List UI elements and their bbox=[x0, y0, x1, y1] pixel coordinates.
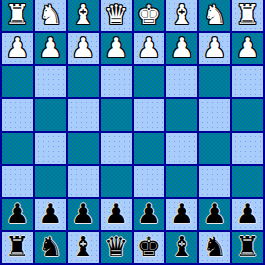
square-b8[interactable]: ♞ bbox=[35, 232, 66, 263]
square-c5[interactable] bbox=[68, 133, 99, 164]
chess-board-window: ♜♞♝♛♚♝♞♜♟♟♟♟♟♟♟♟♟♟♟♟♟♟♟♟♜♞♝♛♚♝♞♜ bbox=[0, 0, 265, 265]
piece-white-pawn[interactable]: ♟ bbox=[38, 34, 62, 61]
square-c7[interactable]: ♟ bbox=[68, 199, 99, 230]
square-d2[interactable]: ♟ bbox=[101, 33, 132, 64]
square-c3[interactable] bbox=[68, 66, 99, 97]
piece-white-pawn[interactable]: ♟ bbox=[235, 34, 259, 61]
square-d1[interactable]: ♛ bbox=[101, 0, 132, 31]
piece-black-rook[interactable]: ♜ bbox=[235, 233, 259, 260]
square-f1[interactable]: ♝ bbox=[166, 0, 197, 31]
square-c8[interactable]: ♝ bbox=[68, 232, 99, 263]
square-c4[interactable] bbox=[68, 99, 99, 130]
piece-black-bishop[interactable]: ♝ bbox=[71, 233, 95, 260]
piece-white-king[interactable]: ♚ bbox=[137, 1, 161, 28]
square-e8[interactable]: ♚ bbox=[134, 232, 165, 263]
piece-black-knight[interactable]: ♞ bbox=[38, 233, 62, 260]
square-g7[interactable]: ♟ bbox=[199, 199, 230, 230]
square-h6[interactable] bbox=[232, 166, 263, 197]
piece-black-knight[interactable]: ♞ bbox=[203, 233, 227, 260]
piece-black-queen[interactable]: ♛ bbox=[104, 233, 128, 260]
piece-black-pawn[interactable]: ♟ bbox=[104, 200, 128, 227]
square-g2[interactable]: ♟ bbox=[199, 33, 230, 64]
square-b5[interactable] bbox=[35, 133, 66, 164]
piece-white-rook[interactable]: ♜ bbox=[235, 1, 259, 28]
square-h3[interactable] bbox=[232, 66, 263, 97]
square-h2[interactable]: ♟ bbox=[232, 33, 263, 64]
square-f4[interactable] bbox=[166, 99, 197, 130]
square-e3[interactable] bbox=[134, 66, 165, 97]
piece-white-queen[interactable]: ♛ bbox=[104, 1, 128, 28]
chess-board: ♜♞♝♛♚♝♞♜♟♟♟♟♟♟♟♟♟♟♟♟♟♟♟♟♜♞♝♛♚♝♞♜ bbox=[0, 0, 265, 265]
square-f5[interactable] bbox=[166, 133, 197, 164]
square-b3[interactable] bbox=[35, 66, 66, 97]
square-b7[interactable]: ♟ bbox=[35, 199, 66, 230]
square-d4[interactable] bbox=[101, 99, 132, 130]
square-e6[interactable] bbox=[134, 166, 165, 197]
square-g4[interactable] bbox=[199, 99, 230, 130]
square-g5[interactable] bbox=[199, 133, 230, 164]
square-a2[interactable]: ♟ bbox=[2, 33, 33, 64]
square-a5[interactable] bbox=[2, 133, 33, 164]
square-a8[interactable]: ♜ bbox=[2, 232, 33, 263]
piece-black-king[interactable]: ♚ bbox=[137, 233, 161, 260]
square-d6[interactable] bbox=[101, 166, 132, 197]
piece-black-rook[interactable]: ♜ bbox=[5, 233, 29, 260]
square-c6[interactable] bbox=[68, 166, 99, 197]
square-h4[interactable] bbox=[232, 99, 263, 130]
piece-black-pawn[interactable]: ♟ bbox=[203, 200, 227, 227]
piece-white-pawn[interactable]: ♟ bbox=[104, 34, 128, 61]
piece-black-pawn[interactable]: ♟ bbox=[38, 200, 62, 227]
piece-black-pawn[interactable]: ♟ bbox=[5, 200, 29, 227]
square-f3[interactable] bbox=[166, 66, 197, 97]
square-b2[interactable]: ♟ bbox=[35, 33, 66, 64]
square-h1[interactable]: ♜ bbox=[232, 0, 263, 31]
square-g6[interactable] bbox=[199, 166, 230, 197]
piece-black-pawn[interactable]: ♟ bbox=[71, 200, 95, 227]
square-g1[interactable]: ♞ bbox=[199, 0, 230, 31]
square-f2[interactable]: ♟ bbox=[166, 33, 197, 64]
square-a4[interactable] bbox=[2, 99, 33, 130]
piece-black-bishop[interactable]: ♝ bbox=[170, 233, 194, 260]
square-e5[interactable] bbox=[134, 133, 165, 164]
square-d8[interactable]: ♛ bbox=[101, 232, 132, 263]
square-f6[interactable] bbox=[166, 166, 197, 197]
square-g8[interactable]: ♞ bbox=[199, 232, 230, 263]
piece-white-bishop[interactable]: ♝ bbox=[71, 1, 95, 28]
square-b4[interactable] bbox=[35, 99, 66, 130]
square-e4[interactable] bbox=[134, 99, 165, 130]
square-f7[interactable]: ♟ bbox=[166, 199, 197, 230]
square-h7[interactable]: ♟ bbox=[232, 199, 263, 230]
piece-black-pawn[interactable]: ♟ bbox=[137, 200, 161, 227]
square-d5[interactable] bbox=[101, 133, 132, 164]
square-a6[interactable] bbox=[2, 166, 33, 197]
piece-white-knight[interactable]: ♞ bbox=[38, 1, 62, 28]
piece-white-bishop[interactable]: ♝ bbox=[170, 1, 194, 28]
piece-white-knight[interactable]: ♞ bbox=[203, 1, 227, 28]
square-d7[interactable]: ♟ bbox=[101, 199, 132, 230]
piece-white-pawn[interactable]: ♟ bbox=[5, 34, 29, 61]
square-g3[interactable] bbox=[199, 66, 230, 97]
square-a7[interactable]: ♟ bbox=[2, 199, 33, 230]
piece-white-pawn[interactable]: ♟ bbox=[71, 34, 95, 61]
piece-black-pawn[interactable]: ♟ bbox=[170, 200, 194, 227]
square-a1[interactable]: ♜ bbox=[2, 0, 33, 31]
square-f8[interactable]: ♝ bbox=[166, 232, 197, 263]
piece-white-pawn[interactable]: ♟ bbox=[137, 34, 161, 61]
square-e2[interactable]: ♟ bbox=[134, 33, 165, 64]
square-c1[interactable]: ♝ bbox=[68, 0, 99, 31]
square-d3[interactable] bbox=[101, 66, 132, 97]
square-b1[interactable]: ♞ bbox=[35, 0, 66, 31]
piece-black-pawn[interactable]: ♟ bbox=[235, 200, 259, 227]
square-e1[interactable]: ♚ bbox=[134, 0, 165, 31]
square-b6[interactable] bbox=[35, 166, 66, 197]
square-h5[interactable] bbox=[232, 133, 263, 164]
piece-white-pawn[interactable]: ♟ bbox=[170, 34, 194, 61]
square-e7[interactable]: ♟ bbox=[134, 199, 165, 230]
piece-white-pawn[interactable]: ♟ bbox=[203, 34, 227, 61]
square-a3[interactable] bbox=[2, 66, 33, 97]
piece-white-rook[interactable]: ♜ bbox=[5, 1, 29, 28]
square-h8[interactable]: ♜ bbox=[232, 232, 263, 263]
square-c2[interactable]: ♟ bbox=[68, 33, 99, 64]
